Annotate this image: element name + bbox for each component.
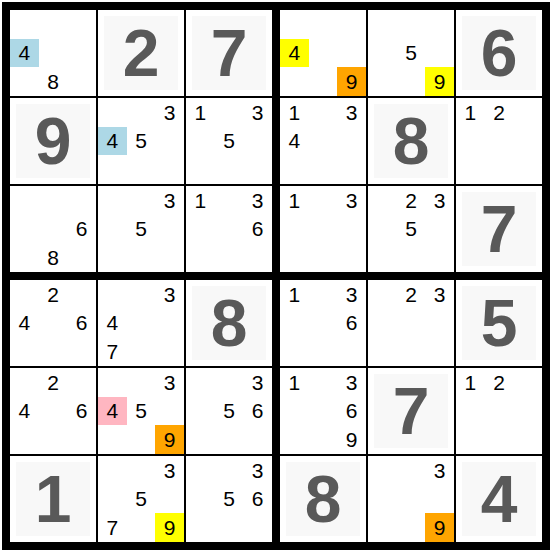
cell-r6c3[interactable]: 356 (186, 456, 272, 542)
candidate-3[interactable]: 3 (155, 368, 184, 397)
candidate-8[interactable]: 8 (39, 243, 68, 272)
cell-r3c6[interactable]: 7 (456, 186, 542, 272)
candidate-4[interactable]: 4 (10, 397, 39, 426)
candidate-2[interactable]: 2 (397, 186, 426, 215)
solved-digit: 9 (10, 98, 96, 184)
candidate-3[interactable]: 3 (337, 98, 366, 127)
cell-r5c6[interactable]: 12 (456, 368, 542, 454)
candidate-1[interactable]: 1 (280, 368, 309, 397)
cell-r5c5[interactable]: 7 (368, 368, 454, 454)
cell-r3c1[interactable]: 68 (10, 186, 96, 272)
cell-r1c3[interactable]: 7 (186, 10, 272, 96)
candidate-6[interactable]: 6 (243, 485, 272, 514)
candidate-4[interactable]: 4 (10, 309, 39, 338)
cell-r6c4[interactable]: 8 (280, 456, 366, 542)
candidate-3[interactable]: 3 (243, 186, 272, 215)
candidate-3[interactable]: 3 (425, 186, 454, 215)
cell-r3c5[interactable]: 235 (368, 186, 454, 272)
candidate-4[interactable]: 4 (280, 127, 309, 156)
cell-r1c2[interactable]: 2 (98, 10, 184, 96)
candidate-9[interactable]: 9 (337, 425, 366, 454)
candidate-3[interactable]: 3 (155, 280, 184, 309)
cell-r6c2[interactable]: 3579 (98, 456, 184, 542)
candidate-5[interactable]: 5 (215, 397, 244, 426)
candidate-1[interactable]: 1 (280, 186, 309, 215)
candidate-6[interactable]: 6 (243, 215, 272, 244)
candidate-5[interactable]: 5 (215, 485, 244, 514)
candidate-1[interactable]: 1 (456, 98, 485, 127)
candidate-7[interactable]: 7 (98, 513, 127, 542)
sudoku-app: 4827495969345135134812683513613235724634… (0, 0, 552, 552)
candidate-3[interactable]: 3 (155, 456, 184, 485)
cell-r4c1[interactable]: 246 (10, 280, 96, 366)
solved-digit: 2 (98, 10, 184, 96)
cell-r1c1[interactable]: 48 (10, 10, 96, 96)
cell-r5c2[interactable]: 3459 (98, 368, 184, 454)
cell-r6c1[interactable]: 1 (10, 456, 96, 542)
solved-digit: 8 (280, 456, 366, 542)
candidate-5[interactable]: 5 (127, 397, 156, 426)
candidate-3[interactable]: 3 (425, 456, 454, 485)
solved-digit: 4 (456, 456, 542, 542)
candidate-2[interactable]: 2 (485, 98, 514, 127)
candidate-4-highlight-blue[interactable]: 4 (98, 127, 127, 156)
cell-r3c2[interactable]: 35 (98, 186, 184, 272)
candidate-2[interactable]: 2 (397, 280, 426, 309)
cell-r2c3[interactable]: 135 (186, 98, 272, 184)
candidate-2[interactable]: 2 (485, 368, 514, 397)
cell-r4c2[interactable]: 347 (98, 280, 184, 366)
candidate-7[interactable]: 7 (98, 337, 127, 366)
sudoku-board: 4827495969345135134812683513613235724634… (2, 2, 550, 550)
cell-r2c1[interactable]: 9 (10, 98, 96, 184)
candidate-9-highlight-orange[interactable]: 9 (155, 425, 184, 454)
cell-r3c3[interactable]: 136 (186, 186, 272, 272)
cell-r5c3[interactable]: 356 (186, 368, 272, 454)
candidate-6[interactable]: 6 (67, 309, 96, 338)
solved-digit: 5 (456, 280, 542, 366)
candidate-4-highlight-yellow[interactable]: 4 (280, 39, 309, 68)
solved-digit: 7 (456, 186, 542, 272)
cell-r4c5[interactable]: 23 (368, 280, 454, 366)
candidate-3[interactable]: 3 (243, 456, 272, 485)
candidate-3[interactable]: 3 (337, 280, 366, 309)
cell-r5c1[interactable]: 246 (10, 368, 96, 454)
cell-r6c5[interactable]: 39 (368, 456, 454, 542)
candidate-4[interactable]: 4 (98, 309, 127, 338)
candidate-6[interactable]: 6 (67, 397, 96, 426)
candidate-3[interactable]: 3 (243, 98, 272, 127)
candidate-5[interactable]: 5 (397, 39, 426, 68)
candidate-4-highlight-blue[interactable]: 4 (10, 39, 39, 68)
candidate-6[interactable]: 6 (337, 309, 366, 338)
candidate-9-highlight-orange[interactable]: 9 (425, 513, 454, 542)
candidate-5[interactable]: 5 (215, 127, 244, 156)
cell-r1c6[interactable]: 6 (456, 10, 542, 96)
cell-r2c2[interactable]: 345 (98, 98, 184, 184)
solved-digit: 8 (186, 280, 272, 366)
candidate-6[interactable]: 6 (243, 397, 272, 426)
cell-r6c6[interactable]: 4 (456, 456, 542, 542)
cell-r1c5[interactable]: 59 (368, 10, 454, 96)
cell-r2c5[interactable]: 8 (368, 98, 454, 184)
candidate-4-highlight-pink[interactable]: 4 (98, 397, 127, 426)
candidate-3[interactable]: 3 (155, 98, 184, 127)
candidate-9-highlight-yellow[interactable]: 9 (425, 67, 454, 96)
candidate-1[interactable]: 1 (280, 280, 309, 309)
candidate-6[interactable]: 6 (337, 397, 366, 426)
cell-r4c6[interactable]: 5 (456, 280, 542, 366)
cell-r4c3[interactable]: 8 (186, 280, 272, 366)
candidate-5[interactable]: 5 (127, 485, 156, 514)
candidate-1[interactable]: 1 (456, 368, 485, 397)
candidate-2[interactable]: 2 (39, 368, 68, 397)
candidate-3[interactable]: 3 (337, 186, 366, 215)
candidate-3[interactable]: 3 (425, 280, 454, 309)
candidate-9-highlight-orange[interactable]: 9 (337, 67, 366, 96)
candidate-6[interactable]: 6 (67, 215, 96, 244)
candidate-3[interactable]: 3 (243, 368, 272, 397)
cell-r2c6[interactable]: 12 (456, 98, 542, 184)
candidate-5[interactable]: 5 (127, 215, 156, 244)
candidate-5[interactable]: 5 (127, 127, 156, 156)
cell-r4c4[interactable]: 136 (280, 280, 366, 366)
cell-r5c4[interactable]: 1369 (280, 368, 366, 454)
solved-digit: 8 (368, 98, 454, 184)
candidate-9-highlight-yellow[interactable]: 9 (155, 513, 184, 542)
solved-digit: 1 (10, 456, 96, 542)
solved-digit: 7 (186, 10, 272, 96)
candidate-5[interactable]: 5 (397, 215, 426, 244)
candidate-8[interactable]: 8 (39, 67, 68, 96)
candidate-1[interactable]: 1 (186, 186, 215, 215)
cell-r1c4[interactable]: 49 (280, 10, 366, 96)
candidate-2[interactable]: 2 (39, 280, 68, 309)
cell-r3c4[interactable]: 13 (280, 186, 366, 272)
candidate-3[interactable]: 3 (155, 186, 184, 215)
candidate-3[interactable]: 3 (337, 368, 366, 397)
candidate-1[interactable]: 1 (186, 98, 215, 127)
solved-digit: 7 (368, 368, 454, 454)
solved-digit: 6 (456, 10, 542, 96)
candidate-1[interactable]: 1 (280, 98, 309, 127)
cell-r2c4[interactable]: 134 (280, 98, 366, 184)
